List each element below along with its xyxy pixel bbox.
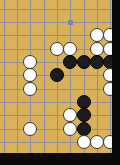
go-board[interactable] xyxy=(0,0,120,165)
board-edge-right xyxy=(112,0,120,165)
star-point xyxy=(68,20,73,25)
grid-line-horizontal xyxy=(0,129,112,130)
stone-white[interactable] xyxy=(77,135,91,149)
grid-line-vertical xyxy=(17,0,18,153)
grid-line-horizontal xyxy=(0,22,112,23)
stone-white[interactable] xyxy=(63,108,77,122)
stone-black[interactable] xyxy=(77,55,91,69)
stone-black[interactable] xyxy=(90,55,104,69)
stone-white[interactable] xyxy=(23,82,37,96)
grid-line-vertical xyxy=(4,0,5,153)
stone-white[interactable] xyxy=(23,68,37,82)
stone-white[interactable] xyxy=(63,42,77,56)
grid-line-vertical xyxy=(97,0,98,153)
grid-line-horizontal xyxy=(0,115,112,116)
stone-black[interactable] xyxy=(77,95,91,109)
grid-line-horizontal xyxy=(0,9,112,10)
stone-white[interactable] xyxy=(23,122,37,136)
stone-black[interactable] xyxy=(77,108,91,122)
board-edge-bottom xyxy=(0,153,120,165)
stone-white[interactable] xyxy=(90,28,104,42)
stone-white[interactable] xyxy=(63,122,77,136)
stone-white[interactable] xyxy=(90,135,104,149)
grid-line-horizontal xyxy=(0,102,112,103)
stone-white[interactable] xyxy=(90,42,104,56)
grid-line-horizontal xyxy=(0,89,112,90)
stone-white[interactable] xyxy=(23,55,37,69)
stone-black[interactable] xyxy=(50,68,64,82)
stone-black[interactable] xyxy=(63,55,77,69)
stone-black[interactable] xyxy=(77,122,91,136)
grid-line-vertical xyxy=(44,0,45,153)
stone-white[interactable] xyxy=(50,42,64,56)
